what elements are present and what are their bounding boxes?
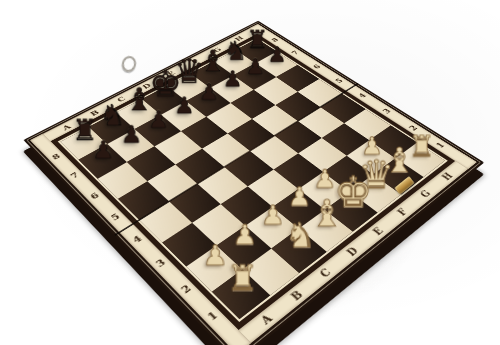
chess-board: ABCDEFGH ABCDEFGH 87654321 87654321 ♜♞♝♚… [23,21,484,345]
product-photo-stage: ABCDEFGH ABCDEFGH 87654321 87654321 ♜♞♝♚… [0,0,500,345]
piece-white-pawn-c2: ♟ [254,203,292,228]
square-b6 [127,146,176,181]
square-c6 [155,131,203,164]
board-scene: ABCDEFGH ABCDEFGH 87654321 87654321 ♜♞♝♚… [0,0,500,345]
board-3d-wrapper: ABCDEFGH ABCDEFGH 87654321 87654321 ♜♞♝♚… [23,21,484,345]
